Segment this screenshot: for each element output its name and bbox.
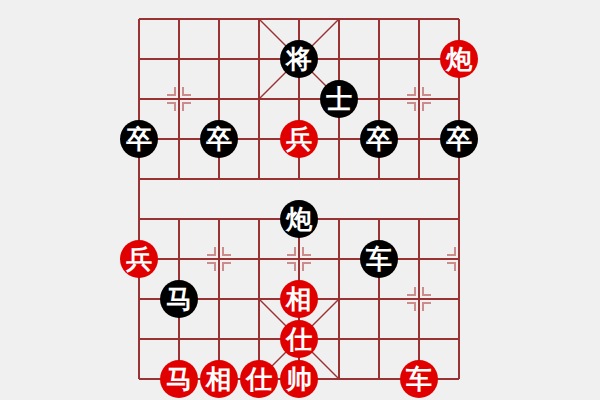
piece-black-cannon[interactable]: 炮 [280, 200, 318, 238]
piece-red-cannon[interactable]: 炮 [440, 40, 478, 78]
piece-red-chariot[interactable]: 车 [400, 360, 438, 398]
piece-black-general[interactable]: 将 [280, 40, 318, 78]
piece-red-soldier[interactable]: 兵 [120, 240, 158, 278]
pieces-layer: 将炮士卒卒兵卒卒炮兵车马相仕马相仕帅车 [119, 0, 479, 399]
piece-red-general[interactable]: 帅 [280, 360, 318, 398]
piece-black-soldier[interactable]: 卒 [440, 120, 478, 158]
piece-red-elephant[interactable]: 相 [280, 280, 318, 318]
piece-black-soldier[interactable]: 卒 [360, 120, 398, 158]
xiangqi-board: 将炮士卒卒兵卒卒炮兵车马相仕马相仕帅车 [0, 0, 600, 400]
piece-red-advisor[interactable]: 仕 [240, 360, 278, 398]
piece-black-horse[interactable]: 马 [160, 280, 198, 318]
piece-black-chariot[interactable]: 车 [360, 240, 398, 278]
piece-red-soldier[interactable]: 兵 [280, 120, 318, 158]
piece-red-advisor[interactable]: 仕 [280, 320, 318, 358]
piece-black-advisor[interactable]: 士 [320, 80, 358, 118]
piece-red-elephant[interactable]: 相 [200, 360, 238, 398]
piece-red-horse[interactable]: 马 [160, 360, 198, 398]
piece-black-soldier[interactable]: 卒 [200, 120, 238, 158]
piece-black-soldier[interactable]: 卒 [120, 120, 158, 158]
